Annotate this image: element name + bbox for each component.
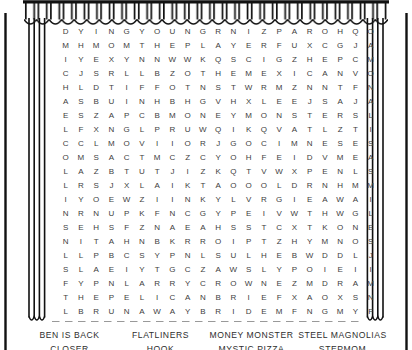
grid-cell-r5c1[interactable]: H bbox=[58, 80, 73, 94]
grid-cell-r9c15[interactable]: I bbox=[272, 136, 287, 150]
grid-cell-r2c2[interactable]: H bbox=[73, 38, 88, 52]
grid-cell-r13c8[interactable]: I bbox=[165, 193, 180, 207]
grid-cell-r20c20[interactable]: S bbox=[348, 291, 363, 305]
grid-cell-r6c11[interactable]: V bbox=[211, 94, 226, 108]
grid-cell-r19c14[interactable]: N bbox=[256, 277, 271, 291]
grid-cell-r7c9[interactable]: O bbox=[180, 108, 195, 122]
grid-cell-r10c11[interactable]: Y bbox=[211, 150, 226, 164]
grid-cell-r9c17[interactable]: N bbox=[302, 136, 317, 150]
grid-cell-r4c20[interactable]: V bbox=[348, 66, 363, 80]
grid-cell-r11c20[interactable]: L bbox=[348, 164, 363, 178]
grid-cell-r16c3[interactable]: T bbox=[89, 235, 104, 249]
grid-cell-r18c11[interactable]: A bbox=[211, 263, 226, 277]
grid-cell-r17c11[interactable]: S bbox=[211, 249, 226, 263]
grid-cell-r10c14[interactable]: F bbox=[256, 150, 271, 164]
grid-cell-r18c17[interactable]: O bbox=[302, 263, 317, 277]
grid-cell-r14c13[interactable]: E bbox=[241, 207, 256, 221]
grid-cell-r13c7[interactable]: I bbox=[150, 193, 165, 207]
grid-cell-r9c5[interactable]: O bbox=[119, 136, 134, 150]
grid-cell-r9c6[interactable]: V bbox=[134, 136, 149, 150]
grid-cell-r8c5[interactable]: G bbox=[119, 122, 134, 136]
grid-cell-r5c5[interactable]: I bbox=[119, 80, 134, 94]
grid-cell-r13c13[interactable]: V bbox=[241, 193, 256, 207]
grid-cell-r12c12[interactable]: O bbox=[226, 179, 241, 193]
grid-cell-r17c13[interactable]: L bbox=[241, 249, 256, 263]
grid-cell-r12c14[interactable]: O bbox=[256, 179, 271, 193]
grid-cell-r15c20[interactable]: N bbox=[348, 221, 363, 235]
grid-cell-r14c16[interactable]: W bbox=[287, 207, 302, 221]
grid-cell-r15c19[interactable]: O bbox=[333, 221, 348, 235]
grid-cell-r20c11[interactable]: B bbox=[211, 291, 226, 305]
grid-cell-r8c17[interactable]: T bbox=[302, 122, 317, 136]
grid-cell-r4c18[interactable]: A bbox=[317, 66, 332, 80]
grid-cell-r13c19[interactable]: W bbox=[333, 193, 348, 207]
grid-cell-r19c18[interactable]: D bbox=[317, 277, 332, 291]
grid-cell-r17c10[interactable]: L bbox=[195, 249, 210, 263]
grid-cell-r3c2[interactable]: Y bbox=[73, 52, 88, 66]
grid-cell-r13c2[interactable]: Y bbox=[73, 193, 88, 207]
grid-cell-r16c8[interactable]: K bbox=[165, 235, 180, 249]
grid-cell-r12c11[interactable]: A bbox=[211, 179, 226, 193]
grid-cell-r6c13[interactable]: X bbox=[241, 94, 256, 108]
grid-cell-r20c4[interactable]: P bbox=[104, 291, 119, 305]
grid-cell-r6c17[interactable]: J bbox=[302, 94, 317, 108]
grid-cell-r8c1[interactable]: L bbox=[58, 122, 73, 136]
grid-cell-r5c17[interactable]: N bbox=[302, 80, 317, 94]
grid-cell-r4c17[interactable]: C bbox=[302, 66, 317, 80]
grid-cell-r20c2[interactable]: H bbox=[73, 291, 88, 305]
grid-cell-r12c10[interactable]: T bbox=[195, 179, 210, 193]
grid-cell-r18c8[interactable]: G bbox=[165, 263, 180, 277]
grid-cell-r4c9[interactable]: O bbox=[180, 66, 195, 80]
grid-cell-r6c19[interactable]: A bbox=[333, 94, 348, 108]
grid-cell-r4c7[interactable]: B bbox=[150, 66, 165, 80]
grid-cell-r5c13[interactable]: W bbox=[241, 80, 256, 94]
grid-cell-r20c14[interactable]: E bbox=[256, 291, 271, 305]
grid-cell-r21c9[interactable]: Y bbox=[180, 305, 195, 319]
grid-cell-r10c13[interactable]: H bbox=[241, 150, 256, 164]
grid-cell-r9c3[interactable]: L bbox=[89, 136, 104, 150]
grid-cell-r8c7[interactable]: P bbox=[150, 122, 165, 136]
grid-cell-r8c3[interactable]: X bbox=[89, 122, 104, 136]
grid-cell-r10c19[interactable]: M bbox=[333, 150, 348, 164]
grid-cell-r15c14[interactable]: T bbox=[256, 221, 271, 235]
grid-cell-r21c14[interactable]: E bbox=[256, 305, 271, 319]
grid-cell-r1c12[interactable]: N bbox=[226, 24, 241, 38]
grid-cell-r6c12[interactable]: H bbox=[226, 94, 241, 108]
grid-cell-r18c5[interactable]: I bbox=[119, 263, 134, 277]
grid-cell-r9c2[interactable]: C bbox=[73, 136, 88, 150]
grid-cell-r18c6[interactable]: Y bbox=[134, 263, 149, 277]
grid-cell-r20c3[interactable]: E bbox=[89, 291, 104, 305]
grid-cell-r10c9[interactable]: Z bbox=[180, 150, 195, 164]
grid-cell-r9c19[interactable]: S bbox=[333, 136, 348, 150]
grid-cell-r1c11[interactable]: R bbox=[211, 24, 226, 38]
grid-cell-r10c5[interactable]: C bbox=[119, 150, 134, 164]
grid-cell-r2c1[interactable]: M bbox=[58, 38, 73, 52]
grid-cell-r4c16[interactable]: I bbox=[287, 66, 302, 80]
grid-cell-r5c10[interactable]: N bbox=[195, 80, 210, 94]
grid-cell-r2c17[interactable]: X bbox=[302, 38, 317, 52]
grid-cell-r7c17[interactable]: T bbox=[302, 108, 317, 122]
grid-cell-r10c15[interactable]: E bbox=[272, 150, 287, 164]
grid-cell-r6c1[interactable]: A bbox=[58, 94, 73, 108]
grid-cell-r3c5[interactable]: Y bbox=[119, 52, 134, 66]
grid-cell-r1c16[interactable]: A bbox=[287, 24, 302, 38]
grid-cell-r5c19[interactable]: T bbox=[333, 80, 348, 94]
grid-cell-r12c16[interactable]: D bbox=[287, 179, 302, 193]
grid-cell-r16c5[interactable]: H bbox=[119, 235, 134, 249]
grid-cell-r14c4[interactable]: U bbox=[104, 207, 119, 221]
grid-cell-r7c13[interactable]: M bbox=[241, 108, 256, 122]
grid-cell-r13c18[interactable]: A bbox=[317, 193, 332, 207]
grid-cell-r7c8[interactable]: M bbox=[165, 108, 180, 122]
grid-cell-r1c7[interactable]: O bbox=[150, 24, 165, 38]
grid-cell-r6c6[interactable]: N bbox=[134, 94, 149, 108]
grid-cell-r12c6[interactable]: L bbox=[134, 179, 149, 193]
grid-cell-r20c15[interactable]: F bbox=[272, 291, 287, 305]
grid-cell-r16c11[interactable]: O bbox=[211, 235, 226, 249]
grid-cell-r7c18[interactable]: E bbox=[317, 108, 332, 122]
grid-cell-r17c6[interactable]: S bbox=[134, 249, 149, 263]
grid-cell-r11c18[interactable]: E bbox=[317, 164, 332, 178]
grid-cell-r15c1[interactable]: S bbox=[58, 221, 73, 235]
grid-cell-r17c8[interactable]: P bbox=[165, 249, 180, 263]
grid-cell-r7c21[interactable]: L bbox=[363, 108, 378, 122]
grid-cell-r15c9[interactable]: E bbox=[180, 221, 195, 235]
grid-cell-r3c11[interactable]: Q bbox=[211, 52, 226, 66]
grid-cell-r12c9[interactable]: K bbox=[180, 179, 195, 193]
grid-cell-r3c6[interactable]: N bbox=[134, 52, 149, 66]
grid-cell-r15c8[interactable]: A bbox=[165, 221, 180, 235]
grid-cell-r11c21[interactable]: S bbox=[363, 164, 378, 178]
grid-cell-r7c15[interactable]: N bbox=[272, 108, 287, 122]
grid-cell-r19c21[interactable]: M bbox=[363, 277, 378, 291]
grid-cell-r8c2[interactable]: F bbox=[73, 122, 88, 136]
grid-cell-r9c14[interactable]: C bbox=[256, 136, 271, 150]
grid-cell-r2c8[interactable]: E bbox=[165, 38, 180, 52]
grid-cell-r18c19[interactable]: E bbox=[333, 263, 348, 277]
grid-cell-r11c12[interactable]: Q bbox=[226, 164, 241, 178]
grid-cell-r13c15[interactable]: G bbox=[272, 193, 287, 207]
grid-cell-r18c2[interactable]: L bbox=[73, 263, 88, 277]
grid-cell-r5c4[interactable]: T bbox=[104, 80, 119, 94]
grid-cell-r11c9[interactable]: I bbox=[180, 164, 195, 178]
grid-cell-r8c16[interactable]: A bbox=[287, 122, 302, 136]
grid-cell-r5c21[interactable]: N bbox=[363, 80, 378, 94]
grid-cell-r8c19[interactable]: Z bbox=[333, 122, 348, 136]
grid-cell-r7c2[interactable]: S bbox=[73, 108, 88, 122]
grid-cell-r3c14[interactable]: I bbox=[256, 52, 271, 66]
grid-cell-r15c6[interactable]: Z bbox=[134, 221, 149, 235]
grid-cell-r12c1[interactable]: L bbox=[58, 179, 73, 193]
grid-cell-r1c5[interactable]: G bbox=[119, 24, 134, 38]
grid-cell-r17c15[interactable]: E bbox=[272, 249, 287, 263]
grid-cell-r2c3[interactable]: M bbox=[89, 38, 104, 52]
grid-cell-r7c10[interactable]: N bbox=[195, 108, 210, 122]
grid-cell-r19c9[interactable]: Y bbox=[180, 277, 195, 291]
grid-cell-r21c16[interactable]: F bbox=[287, 305, 302, 319]
grid-cell-r4c4[interactable]: R bbox=[104, 66, 119, 80]
grid-cell-r11c14[interactable]: V bbox=[256, 164, 271, 178]
grid-cell-r8c9[interactable]: U bbox=[180, 122, 195, 136]
grid-cell-r20c12[interactable]: R bbox=[226, 291, 241, 305]
grid-cell-r20c9[interactable]: A bbox=[180, 291, 195, 305]
grid-cell-r4c12[interactable]: E bbox=[226, 66, 241, 80]
grid-cell-r14c12[interactable]: P bbox=[226, 207, 241, 221]
grid-cell-r21c7[interactable]: W bbox=[150, 305, 165, 319]
grid-cell-r9c9[interactable]: O bbox=[180, 136, 195, 150]
grid-cell-r16c14[interactable]: T bbox=[256, 235, 271, 249]
grid-cell-r14c18[interactable]: H bbox=[317, 207, 332, 221]
grid-cell-r1c18[interactable]: O bbox=[317, 24, 332, 38]
grid-cell-r16c7[interactable]: B bbox=[150, 235, 165, 249]
grid-cell-r13c6[interactable]: Z bbox=[134, 193, 149, 207]
grid-cell-r6c5[interactable]: I bbox=[119, 94, 134, 108]
grid-cell-r13c11[interactable]: Y bbox=[211, 193, 226, 207]
grid-cell-r8c18[interactable]: L bbox=[317, 122, 332, 136]
grid-cell-r7c3[interactable]: Z bbox=[89, 108, 104, 122]
grid-cell-r4c13[interactable]: M bbox=[241, 66, 256, 80]
grid-cell-r3c15[interactable]: G bbox=[272, 52, 287, 66]
grid-cell-r20c10[interactable]: N bbox=[195, 291, 210, 305]
grid-cell-r14c21[interactable]: L bbox=[363, 207, 378, 221]
grid-cell-r10c7[interactable]: M bbox=[150, 150, 165, 164]
grid-cell-r20c21[interactable]: N bbox=[363, 291, 378, 305]
grid-cell-r1c17[interactable]: R bbox=[302, 24, 317, 38]
grid-cell-r12c2[interactable]: R bbox=[73, 179, 88, 193]
grid-cell-r9c13[interactable]: O bbox=[241, 136, 256, 150]
grid-cell-r11c5[interactable]: T bbox=[119, 164, 134, 178]
grid-cell-r12c8[interactable]: I bbox=[165, 179, 180, 193]
grid-cell-r9c12[interactable]: G bbox=[226, 136, 241, 150]
grid-cell-r3c19[interactable]: P bbox=[333, 52, 348, 66]
grid-cell-r21c8[interactable]: A bbox=[165, 305, 180, 319]
grid-cell-r19c12[interactable]: O bbox=[226, 277, 241, 291]
grid-cell-r10c8[interactable]: C bbox=[165, 150, 180, 164]
grid-cell-r21c3[interactable]: R bbox=[89, 305, 104, 319]
grid-cell-r1c19[interactable]: H bbox=[333, 24, 348, 38]
grid-cell-r21c17[interactable]: N bbox=[302, 305, 317, 319]
grid-cell-r5c16[interactable]: Z bbox=[287, 80, 302, 94]
grid-cell-r7c4[interactable]: A bbox=[104, 108, 119, 122]
grid-cell-r7c20[interactable]: S bbox=[348, 108, 363, 122]
grid-cell-r11c3[interactable]: Z bbox=[89, 164, 104, 178]
grid-cell-r4c14[interactable]: E bbox=[256, 66, 271, 80]
grid-cell-r9c21[interactable]: S bbox=[363, 136, 378, 150]
grid-cell-r19c13[interactable]: W bbox=[241, 277, 256, 291]
grid-cell-r20c16[interactable]: X bbox=[287, 291, 302, 305]
grid-cell-r11c13[interactable]: T bbox=[241, 164, 256, 178]
grid-cell-r5c11[interactable]: S bbox=[211, 80, 226, 94]
grid-cell-r2c20[interactable]: J bbox=[348, 38, 363, 52]
grid-cell-r3c17[interactable]: H bbox=[302, 52, 317, 66]
grid-cell-r19c15[interactable]: E bbox=[272, 277, 287, 291]
grid-cell-r15c2[interactable]: E bbox=[73, 221, 88, 235]
grid-cell-r12c15[interactable]: L bbox=[272, 179, 287, 193]
grid-cell-r15c18[interactable]: K bbox=[317, 221, 332, 235]
grid-cell-r3c8[interactable]: W bbox=[165, 52, 180, 66]
grid-cell-r13c12[interactable]: L bbox=[226, 193, 241, 207]
grid-cell-r2c14[interactable]: R bbox=[256, 38, 271, 52]
grid-cell-r6c16[interactable]: E bbox=[287, 94, 302, 108]
grid-cell-r16c10[interactable]: R bbox=[195, 235, 210, 249]
grid-cell-r19c10[interactable]: C bbox=[195, 277, 210, 291]
grid-cell-r18c21[interactable]: I bbox=[363, 263, 378, 277]
grid-cell-r15c5[interactable]: F bbox=[119, 221, 134, 235]
grid-cell-r3c3[interactable]: E bbox=[89, 52, 104, 66]
grid-cell-r6c15[interactable]: E bbox=[272, 94, 287, 108]
grid-cell-r21c5[interactable]: N bbox=[119, 305, 134, 319]
grid-cell-r19c17[interactable]: M bbox=[302, 277, 317, 291]
grid-cell-r2c11[interactable]: A bbox=[211, 38, 226, 52]
grid-cell-r10c1[interactable]: O bbox=[58, 150, 73, 164]
grid-cell-r17c20[interactable]: L bbox=[348, 249, 363, 263]
grid-cell-r9c20[interactable]: E bbox=[348, 136, 363, 150]
grid-cell-r2c18[interactable]: C bbox=[317, 38, 332, 52]
grid-cell-r6c2[interactable]: S bbox=[73, 94, 88, 108]
grid-cell-r20c19[interactable]: X bbox=[333, 291, 348, 305]
grid-cell-r8c13[interactable]: K bbox=[241, 122, 256, 136]
grid-cell-r10c2[interactable]: M bbox=[73, 150, 88, 164]
grid-cell-r15c17[interactable]: T bbox=[302, 221, 317, 235]
grid-cell-r4c11[interactable]: H bbox=[211, 66, 226, 80]
grid-cell-r3c16[interactable]: Z bbox=[287, 52, 302, 66]
grid-cell-r1c13[interactable]: I bbox=[241, 24, 256, 38]
grid-cell-r2c9[interactable]: P bbox=[180, 38, 195, 52]
grid-cell-r14c7[interactable]: F bbox=[150, 207, 165, 221]
grid-cell-r14c2[interactable]: R bbox=[73, 207, 88, 221]
grid-cell-r6c3[interactable]: B bbox=[89, 94, 104, 108]
grid-cell-r18c15[interactable]: Y bbox=[272, 263, 287, 277]
grid-cell-r21c20[interactable]: Y bbox=[348, 305, 363, 319]
grid-cell-r17c12[interactable]: U bbox=[226, 249, 241, 263]
grid-cell-r15c7[interactable]: N bbox=[150, 221, 165, 235]
grid-cell-r5c2[interactable]: L bbox=[73, 80, 88, 94]
grid-cell-r19c7[interactable]: R bbox=[150, 277, 165, 291]
grid-cell-r15c21[interactable]: E bbox=[363, 221, 378, 235]
grid-cell-r6c20[interactable]: J bbox=[348, 94, 363, 108]
grid-cell-r2c4[interactable]: O bbox=[104, 38, 119, 52]
grid-cell-r5c12[interactable]: T bbox=[226, 80, 241, 94]
grid-cell-r6c21[interactable]: A bbox=[363, 94, 378, 108]
grid-cell-r6c8[interactable]: B bbox=[165, 94, 180, 108]
grid-cell-r14c19[interactable]: W bbox=[333, 207, 348, 221]
grid-cell-r11c11[interactable]: K bbox=[211, 164, 226, 178]
grid-cell-r14c20[interactable]: G bbox=[348, 207, 363, 221]
grid-cell-r6c18[interactable]: S bbox=[317, 94, 332, 108]
grid-cell-r8c20[interactable]: T bbox=[348, 122, 363, 136]
grid-cell-r16c12[interactable]: I bbox=[226, 235, 241, 249]
grid-cell-r7c14[interactable]: O bbox=[256, 108, 271, 122]
grid-cell-r18c16[interactable]: P bbox=[287, 263, 302, 277]
grid-cell-r11c4[interactable]: B bbox=[104, 164, 119, 178]
grid-cell-r16c20[interactable]: O bbox=[348, 235, 363, 249]
grid-cell-r7c11[interactable]: E bbox=[211, 108, 226, 122]
grid-cell-r17c21[interactable]: J bbox=[363, 249, 378, 263]
grid-cell-r10c17[interactable]: D bbox=[302, 150, 317, 164]
grid-cell-r10c3[interactable]: S bbox=[89, 150, 104, 164]
grid-cell-r5c7[interactable]: F bbox=[150, 80, 165, 94]
grid-cell-r11c2[interactable]: A bbox=[73, 164, 88, 178]
grid-cell-r15c10[interactable]: A bbox=[195, 221, 210, 235]
grid-cell-r20c13[interactable]: I bbox=[241, 291, 256, 305]
grid-cell-r12c7[interactable]: A bbox=[150, 179, 165, 193]
grid-cell-r12c13[interactable]: O bbox=[241, 179, 256, 193]
grid-cell-r8c6[interactable]: L bbox=[134, 122, 149, 136]
grid-cell-r21c21[interactable]: F bbox=[363, 305, 378, 319]
grid-cell-r2c13[interactable]: E bbox=[241, 38, 256, 52]
grid-cell-r3c21[interactable]: M bbox=[363, 52, 378, 66]
grid-cell-r13c3[interactable]: O bbox=[89, 193, 104, 207]
grid-cell-r14c8[interactable]: N bbox=[165, 207, 180, 221]
grid-cell-r7c12[interactable]: Y bbox=[226, 108, 241, 122]
grid-cell-r2c10[interactable]: L bbox=[195, 38, 210, 52]
grid-cell-r1c10[interactable]: G bbox=[195, 24, 210, 38]
grid-cell-r7c7[interactable]: B bbox=[150, 108, 165, 122]
grid-cell-r12c20[interactable]: M bbox=[348, 179, 363, 193]
grid-cell-r2c19[interactable]: G bbox=[333, 38, 348, 52]
grid-cell-r14c15[interactable]: V bbox=[272, 207, 287, 221]
grid-cell-r13c1[interactable]: I bbox=[58, 193, 73, 207]
grid-cell-r20c8[interactable]: C bbox=[165, 291, 180, 305]
grid-cell-r2c5[interactable]: M bbox=[119, 38, 134, 52]
grid-cell-r4c19[interactable]: N bbox=[333, 66, 348, 80]
grid-cell-r8c11[interactable]: Q bbox=[211, 122, 226, 136]
grid-cell-r16c9[interactable]: R bbox=[180, 235, 195, 249]
grid-cell-r10c18[interactable]: V bbox=[317, 150, 332, 164]
grid-cell-r10c21[interactable]: A bbox=[363, 150, 378, 164]
grid-cell-r1c1[interactable]: D bbox=[58, 24, 73, 38]
grid-cell-r12c18[interactable]: N bbox=[317, 179, 332, 193]
grid-cell-r12c21[interactable]: M bbox=[363, 179, 378, 193]
grid-cell-r17c1[interactable]: L bbox=[58, 249, 73, 263]
grid-cell-r15c13[interactable]: S bbox=[241, 221, 256, 235]
grid-cell-r16c13[interactable]: P bbox=[241, 235, 256, 249]
grid-cell-r16c19[interactable]: N bbox=[333, 235, 348, 249]
grid-cell-r10c16[interactable]: I bbox=[287, 150, 302, 164]
grid-cell-r21c18[interactable]: G bbox=[317, 305, 332, 319]
grid-cell-r13c5[interactable]: W bbox=[119, 193, 134, 207]
grid-cell-r20c18[interactable]: O bbox=[317, 291, 332, 305]
grid-cell-r1c15[interactable]: P bbox=[272, 24, 287, 38]
grid-cell-r17c2[interactable]: L bbox=[73, 249, 88, 263]
grid-cell-r12c17[interactable]: R bbox=[302, 179, 317, 193]
grid-cell-r2c12[interactable]: Y bbox=[226, 38, 241, 52]
grid-cell-r14c17[interactable]: T bbox=[302, 207, 317, 221]
grid-cell-r4c8[interactable]: Z bbox=[165, 66, 180, 80]
grid-cell-r21c15[interactable]: M bbox=[272, 305, 287, 319]
grid-cell-r15c12[interactable]: S bbox=[226, 221, 241, 235]
grid-cell-r16c16[interactable]: H bbox=[287, 235, 302, 249]
grid-cell-r15c15[interactable]: C bbox=[272, 221, 287, 235]
grid-cell-r3c9[interactable]: W bbox=[180, 52, 195, 66]
grid-cell-r11c1[interactable]: L bbox=[58, 164, 73, 178]
grid-cell-r4c3[interactable]: S bbox=[89, 66, 104, 80]
grid-cell-r9c8[interactable]: I bbox=[165, 136, 180, 150]
grid-cell-r15c4[interactable]: S bbox=[104, 221, 119, 235]
grid-cell-r1c2[interactable]: Y bbox=[73, 24, 88, 38]
grid-cell-r8c8[interactable]: R bbox=[165, 122, 180, 136]
grid-cell-r12c5[interactable]: X bbox=[119, 179, 134, 193]
grid-cell-r8c21[interactable]: I bbox=[363, 122, 378, 136]
grid-cell-r21c19[interactable]: M bbox=[333, 305, 348, 319]
grid-cell-r17c19[interactable]: D bbox=[333, 249, 348, 263]
grid-cell-r2c15[interactable]: F bbox=[272, 38, 287, 52]
grid-cell-r9c18[interactable]: E bbox=[317, 136, 332, 150]
grid-cell-r19c4[interactable]: N bbox=[104, 277, 119, 291]
grid-cell-r21c6[interactable]: A bbox=[134, 305, 149, 319]
